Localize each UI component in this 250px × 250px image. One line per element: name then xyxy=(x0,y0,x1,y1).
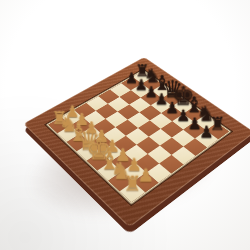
white-rook-h1[interactable]: ♜ xyxy=(123,174,141,194)
square-h1[interactable]: ♜ xyxy=(120,182,145,203)
board-squares: ♜♞♝♛♚♝♞♜♟♟♟♟♟♟♟♟♟♟♟♟♟♟♟♟♜♞♝♛♚♝♞♜ xyxy=(48,71,229,202)
board-frame: ♜♞♝♛♚♝♞♜♟♟♟♟♟♟♟♟♟♟♟♟♟♟♟♟♜♞♝♛♚♝♞♜ xyxy=(23,57,250,227)
square-h7[interactable]: ♟ xyxy=(195,131,218,148)
product-photo: ♜♞♝♛♚♝♞♜♟♟♟♟♟♟♟♟♟♟♟♟♟♟♟♟♜♞♝♛♚♝♞♜ xyxy=(0,0,250,250)
chess-board: ♜♞♝♛♚♝♞♜♟♟♟♟♟♟♟♟♟♟♟♟♟♟♟♟♜♞♝♛♚♝♞♜ xyxy=(23,57,250,227)
black-pawn-h7[interactable]: ♟ xyxy=(199,125,214,141)
scene: ♜♞♝♛♚♝♞♜♟♟♟♟♟♟♟♟♟♟♟♟♟♟♟♟♜♞♝♛♚♝♞♜ xyxy=(0,0,250,250)
